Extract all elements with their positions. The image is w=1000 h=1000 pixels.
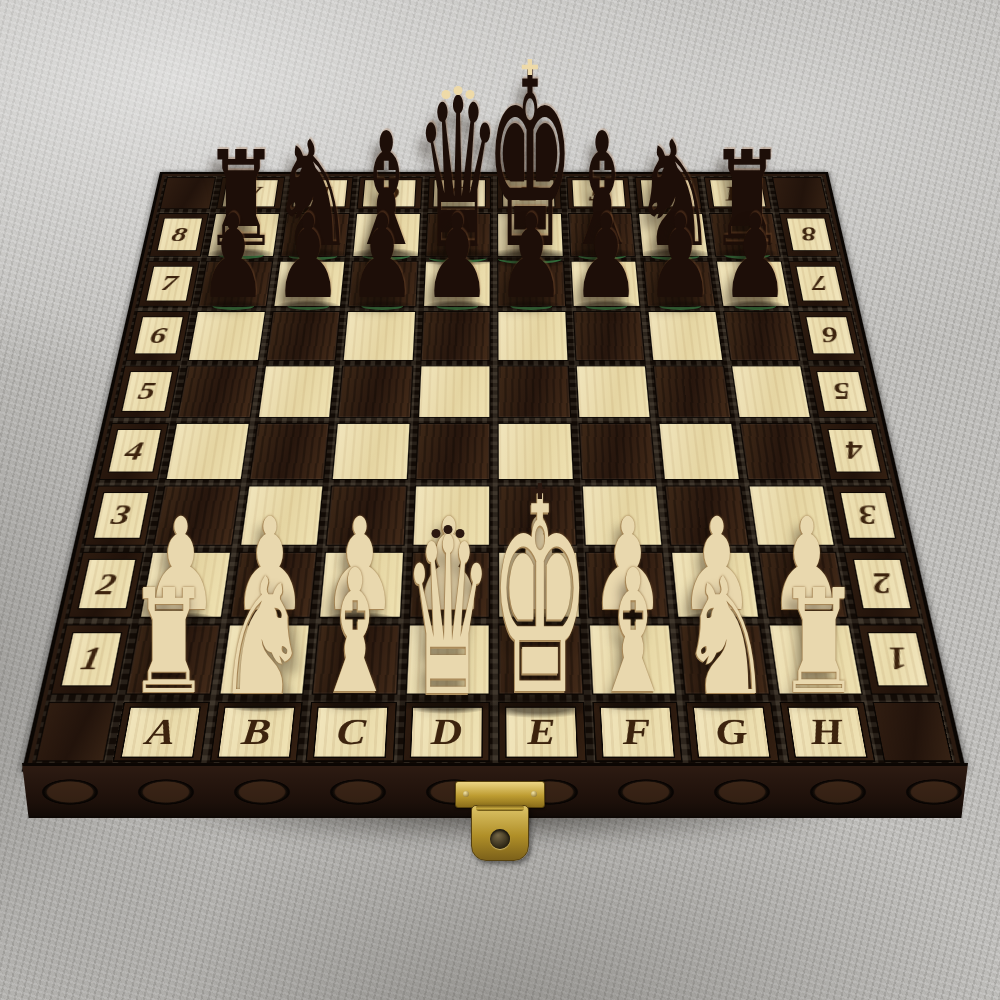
file-label-bottom-H: H: [787, 706, 868, 757]
coord-band: 8: [149, 213, 209, 256]
coord-band: 4: [819, 423, 889, 479]
rank-label-right-1: 1: [866, 632, 928, 686]
coord-band: 4: [99, 423, 169, 479]
file-label-bottom-B: B: [217, 706, 295, 757]
square-b2[interactable]: [229, 552, 317, 617]
rank-label-left-1: 1: [60, 632, 122, 686]
square-c5[interactable]: [337, 365, 413, 418]
square-f8[interactable]: [568, 213, 636, 256]
square-e3[interactable]: [498, 485, 577, 546]
coord-band: E: [498, 702, 586, 762]
square-f6[interactable]: [572, 311, 645, 360]
rank-label-right-2: 2: [852, 559, 911, 609]
square-h2[interactable]: [757, 552, 848, 617]
rank-label-left-3: 3: [92, 492, 149, 539]
square-a2[interactable]: [140, 552, 231, 617]
square-h7[interactable]: [715, 261, 790, 307]
crown-ball-finials: [454, 86, 463, 95]
file-label-bottom-C: C: [313, 706, 389, 757]
board-perspective-wrapper: ABCDEFGH8877665544332211ABCDEFGH: [22, 172, 967, 772]
square-f7[interactable]: [570, 261, 641, 307]
square-g2[interactable]: [671, 552, 759, 617]
square-d3[interactable]: [412, 485, 491, 546]
coord-band: E: [497, 177, 561, 209]
square-b1[interactable]: [218, 624, 310, 695]
square-b7[interactable]: [273, 261, 346, 307]
square-a6[interactable]: [188, 311, 266, 360]
file-label-top-H: H: [709, 179, 766, 206]
rank-label-left-8: 8: [156, 218, 203, 251]
rank-label-left-7: 7: [145, 266, 193, 301]
square-a4[interactable]: [165, 423, 249, 479]
square-f3[interactable]: [581, 485, 663, 546]
file-label-top-A: A: [222, 179, 279, 206]
coord-band: 2: [68, 552, 145, 617]
chess-board: ABCDEFGH8877665544332211ABCDEFGH: [22, 172, 967, 772]
square-b5[interactable]: [257, 365, 335, 418]
coord-band: 7: [138, 261, 200, 307]
rank-label-left-6: 6: [133, 317, 183, 355]
square-b4[interactable]: [248, 423, 329, 479]
coord-band: A: [113, 702, 210, 762]
square-e1[interactable]: [498, 624, 583, 695]
coord-band: F: [566, 177, 632, 209]
square-g7[interactable]: [643, 261, 716, 307]
square-a1[interactable]: [125, 624, 220, 695]
carpet-background: ABCDEFGH8877665544332211ABCDEFGH ♜♞♝♛♚✚♝…: [0, 0, 1000, 1000]
square-f5[interactable]: [575, 365, 651, 418]
coord-band: A: [216, 177, 285, 209]
square-g4[interactable]: [658, 423, 739, 479]
file-label-top-G: G: [640, 179, 696, 206]
square-f4[interactable]: [578, 423, 657, 479]
coord-band: 2: [844, 552, 921, 617]
latch-screw: [463, 791, 469, 797]
square-b8[interactable]: [280, 213, 350, 256]
rank-label-left-4: 4: [107, 429, 161, 472]
file-label-top-F: F: [571, 179, 626, 206]
square-d4[interactable]: [415, 423, 491, 479]
square-e4[interactable]: [498, 423, 574, 479]
file-label-bottom-F: F: [599, 706, 675, 757]
coord-band: D: [402, 702, 490, 762]
square-a8[interactable]: [207, 213, 279, 256]
square-c7[interactable]: [348, 261, 419, 307]
latch-plate: [455, 781, 545, 808]
file-label-bottom-G: G: [693, 706, 771, 757]
square-g1[interactable]: [678, 624, 770, 695]
square-e7[interactable]: [497, 261, 565, 307]
coord-band: 1: [50, 624, 130, 695]
file-label-top-C: C: [362, 179, 417, 206]
file-label-top-D: D: [432, 179, 485, 206]
coord-band: G: [634, 177, 701, 209]
rank-label-right-4: 4: [827, 429, 881, 472]
rank-label-left-5: 5: [120, 371, 172, 411]
square-c4[interactable]: [332, 423, 411, 479]
coord-band: 7: [788, 261, 850, 307]
frame-corner: [872, 702, 952, 762]
rank-label-right-3: 3: [839, 492, 896, 539]
square-h8[interactable]: [708, 213, 780, 256]
rank-label-right-5: 5: [815, 371, 867, 411]
square-c3[interactable]: [325, 485, 407, 546]
coord-band: C: [357, 177, 423, 209]
latch-hole: [490, 829, 510, 849]
square-c8[interactable]: [352, 213, 420, 256]
coord-band: H: [779, 702, 876, 762]
square-c6[interactable]: [343, 311, 416, 360]
square-a5[interactable]: [177, 365, 258, 418]
square-e6[interactable]: [497, 311, 568, 360]
square-h5[interactable]: [730, 365, 811, 418]
square-h4[interactable]: [739, 423, 823, 479]
frame-corner: [160, 177, 216, 209]
coord-band: C: [305, 702, 396, 762]
square-c1[interactable]: [312, 624, 401, 695]
square-b3[interactable]: [239, 485, 324, 546]
square-h6[interactable]: [723, 311, 801, 360]
coord-band: 6: [126, 311, 191, 360]
square-a3[interactable]: [153, 485, 240, 546]
file-label-bottom-E: E: [505, 706, 578, 757]
file-label-bottom-D: D: [409, 706, 482, 757]
file-label-bottom-A: A: [121, 706, 202, 757]
square-h3[interactable]: [748, 485, 835, 546]
rank-label-right-8: 8: [785, 218, 832, 251]
latch-screw: [531, 791, 537, 797]
square-d6[interactable]: [420, 311, 491, 360]
brass-latch[interactable]: [452, 781, 548, 867]
coord-band: 5: [113, 365, 180, 418]
square-f2[interactable]: [584, 552, 669, 617]
coord-band: 8: [779, 213, 839, 256]
coord-band: 6: [798, 311, 863, 360]
coord-band: F: [592, 702, 683, 762]
coord-band: B: [209, 702, 303, 762]
square-d2[interactable]: [408, 552, 490, 617]
frame-corner: [35, 702, 115, 762]
coord-band: B: [286, 177, 353, 209]
square-c2[interactable]: [319, 552, 404, 617]
cross-finial: ✚: [521, 57, 539, 79]
coord-band: 1: [857, 624, 937, 695]
square-d5[interactable]: [417, 365, 490, 418]
coord-band: 3: [831, 485, 904, 546]
coord-band: D: [427, 177, 491, 209]
coord-band: G: [685, 702, 779, 762]
square-g8[interactable]: [638, 213, 708, 256]
square-b6[interactable]: [265, 311, 340, 360]
file-label-top-B: B: [292, 179, 348, 206]
square-g5[interactable]: [653, 365, 731, 418]
square-g6[interactable]: [647, 311, 722, 360]
coord-band: 3: [84, 485, 157, 546]
square-f1[interactable]: [588, 624, 677, 695]
latch-hasp[interactable]: [471, 805, 529, 861]
coord-band: 5: [808, 365, 875, 418]
file-label-top-E: E: [502, 179, 555, 206]
square-g3[interactable]: [664, 485, 749, 546]
square-d1[interactable]: [405, 624, 490, 695]
square-d8[interactable]: [425, 213, 491, 256]
square-h1[interactable]: [768, 624, 863, 695]
rank-label-right-7: 7: [795, 266, 843, 301]
rank-label-right-6: 6: [805, 317, 855, 355]
rank-label-left-2: 2: [77, 559, 136, 609]
square-e8[interactable]: [497, 213, 563, 256]
square-d7[interactable]: [422, 261, 490, 307]
frame-corner: [772, 177, 828, 209]
coord-band: H: [703, 177, 772, 209]
square-a7[interactable]: [198, 261, 273, 307]
square-e2[interactable]: [498, 552, 580, 617]
latch-hinge: [476, 805, 524, 811]
square-e5[interactable]: [497, 365, 570, 418]
